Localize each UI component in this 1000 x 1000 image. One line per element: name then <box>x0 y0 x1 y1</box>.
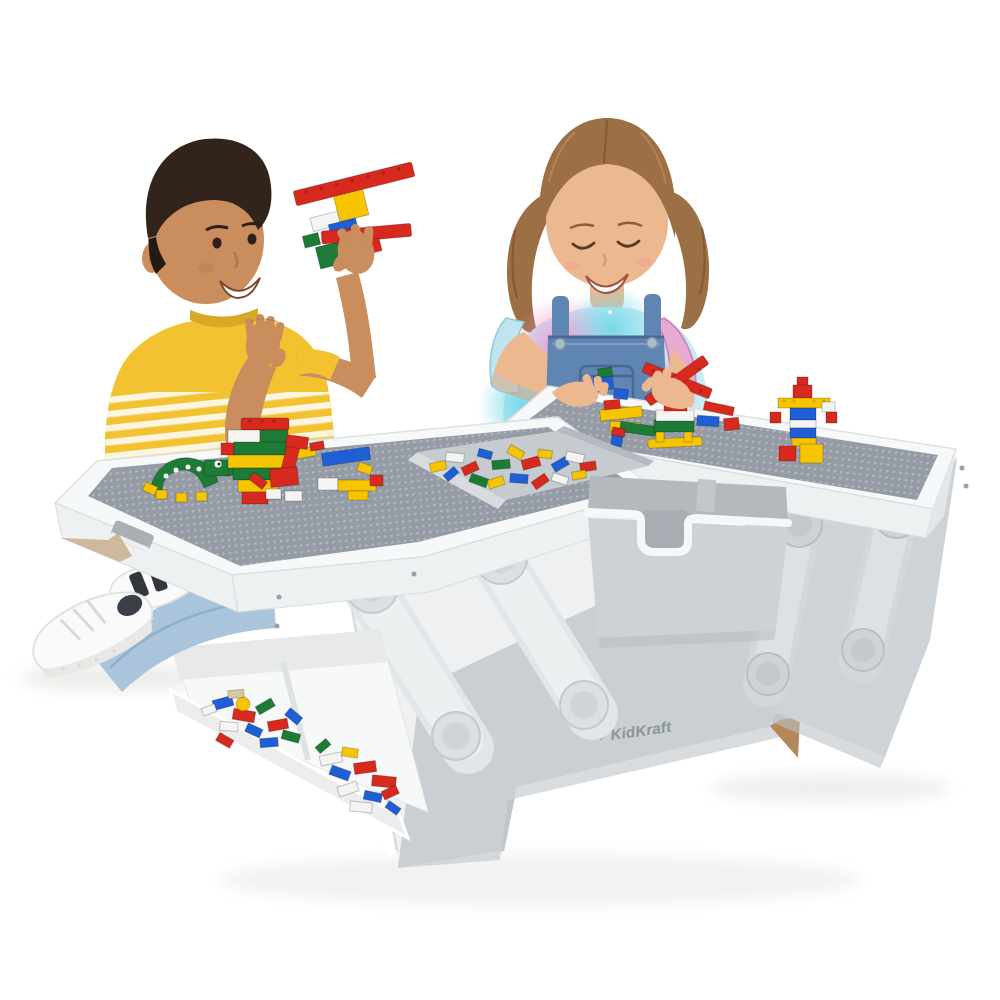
storage-bin <box>588 476 788 648</box>
illustration: ✶ KidKraft <box>0 0 1000 1000</box>
bin-divider <box>696 479 716 512</box>
overalls-button <box>647 338 658 349</box>
product-photo: ✶ KidKraft <box>0 0 1000 1000</box>
boy-eye-left <box>213 238 222 249</box>
overalls-button <box>555 339 566 350</box>
boy-head <box>142 138 271 304</box>
boy-eye-right <box>248 234 257 245</box>
girl-head <box>539 118 676 293</box>
